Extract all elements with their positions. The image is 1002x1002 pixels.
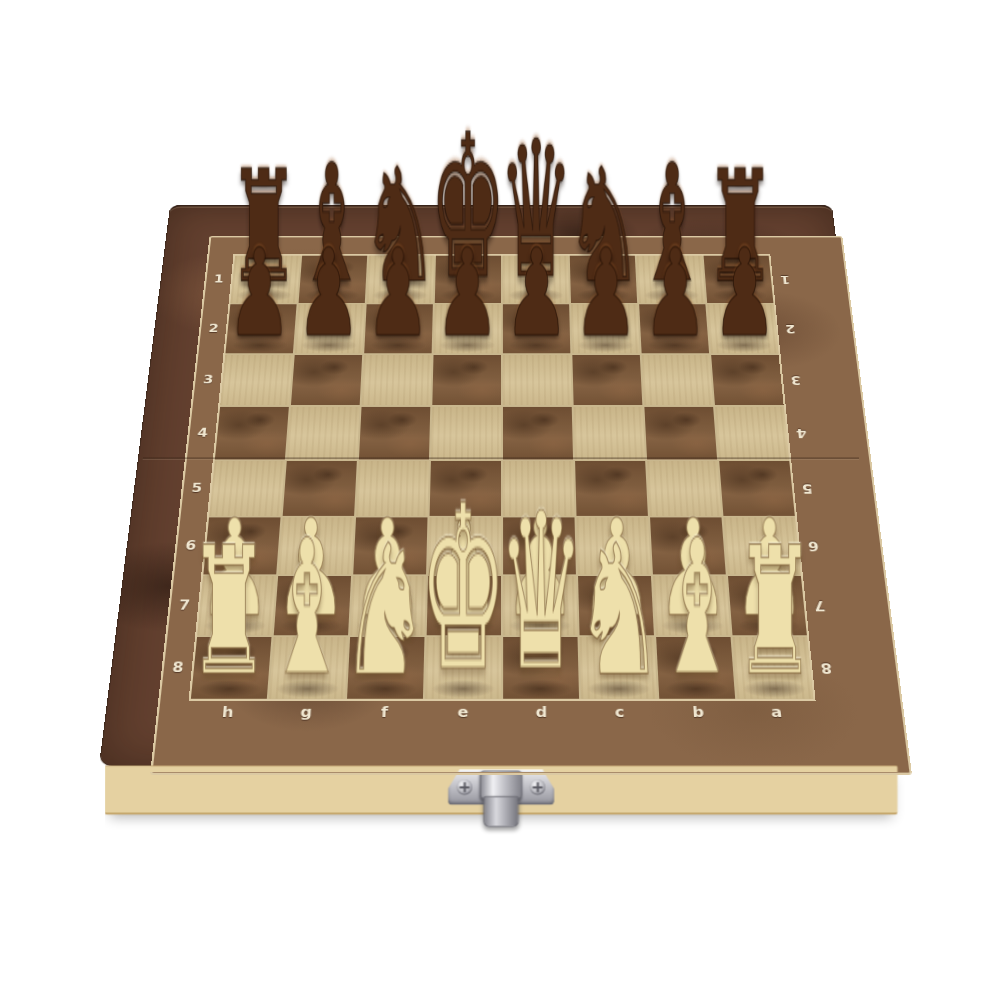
square-e4[interactable] (431, 407, 501, 460)
rank-label-right-3: 3 (790, 373, 802, 386)
rank-label-left-2: 2 (208, 322, 219, 335)
file-label-b: b (692, 704, 705, 720)
square-e2[interactable]: ♟ (434, 304, 501, 353)
file-label-e: e (457, 704, 468, 720)
piece-dark-pawn-e2[interactable]: ♟ (435, 237, 500, 352)
latch-tongue (483, 796, 518, 827)
square-b8[interactable]: ♝ (656, 637, 735, 699)
square-a4[interactable] (715, 407, 789, 460)
square-f2[interactable]: ♟ (364, 304, 433, 353)
product-photo: ♜♝♞♚♛♞♝♜♟♟♟♟♟♟♟♟♟♟♟♟♟♟♟♟♜♝♞♚♛♞♝♜ 1234567… (0, 0, 1002, 1002)
square-g8[interactable]: ♝ (269, 637, 348, 699)
piece-light-knight-c8[interactable]: ♞ (574, 526, 664, 697)
piece-light-bishop-g8[interactable]: ♝ (266, 521, 348, 698)
piece-dark-pawn-d2[interactable]: ♟ (504, 237, 569, 352)
square-f3[interactable] (362, 355, 432, 406)
square-c8[interactable]: ♞ (580, 637, 657, 699)
piece-dark-pawn-c2[interactable]: ♟ (573, 237, 638, 352)
piece-dark-pawn-g2[interactable]: ♟ (296, 237, 361, 352)
square-d3[interactable] (503, 355, 572, 406)
square-b3[interactable] (642, 355, 713, 406)
piece-light-rook-a8[interactable]: ♜ (734, 529, 816, 697)
square-d4[interactable] (503, 407, 573, 460)
piece-light-queen-d8[interactable]: ♛ (498, 491, 584, 697)
piece-light-king-e8[interactable]: ♚ (419, 482, 507, 697)
square-c2[interactable]: ♟ (571, 304, 640, 353)
rank-label-right-1: 1 (780, 273, 791, 285)
square-e8[interactable]: ♚ (425, 637, 501, 699)
rank-label-left-3: 3 (202, 373, 214, 386)
square-f8[interactable]: ♞ (347, 637, 424, 699)
square-a8[interactable]: ♜ (733, 637, 814, 699)
latch-screw-right (530, 779, 546, 795)
latch (448, 770, 554, 805)
file-label-f: f (381, 704, 389, 720)
file-label-g: g (300, 704, 313, 720)
piece-dark-pawn-b2[interactable]: ♟ (643, 237, 708, 352)
rank-label-right-2: 2 (785, 322, 796, 335)
file-label-a: a (770, 704, 782, 720)
square-d2[interactable]: ♟ (503, 304, 570, 353)
square-b2[interactable]: ♟ (639, 304, 709, 353)
square-c3[interactable] (572, 355, 642, 406)
square-a3[interactable] (711, 355, 784, 406)
square-h4[interactable] (215, 407, 289, 460)
squares-grid: ♜♝♞♚♛♞♝♜♟♟♟♟♟♟♟♟♟♟♟♟♟♟♟♟♜♝♞♚♛♞♝♜ (189, 254, 816, 700)
square-h8[interactable]: ♜ (191, 637, 272, 699)
file-label-d: d (535, 704, 547, 720)
piece-dark-pawn-a2[interactable]: ♟ (712, 237, 777, 352)
piece-light-rook-h8[interactable]: ♜ (188, 529, 270, 697)
square-g4[interactable] (287, 407, 360, 460)
file-label-c: c (615, 704, 625, 720)
rank-label-right-8: 8 (820, 660, 833, 676)
rank-label-right-4: 4 (795, 426, 807, 440)
square-c4[interactable] (574, 407, 645, 460)
scene: ♜♝♞♚♛♞♝♜♟♟♟♟♟♟♟♟♟♟♟♟♟♟♟♟♜♝♞♚♛♞♝♜ 1234567… (0, 0, 1002, 1002)
piece-light-bishop-b8[interactable]: ♝ (656, 521, 738, 698)
square-d8[interactable]: ♛ (503, 637, 579, 699)
square-b4[interactable] (644, 407, 717, 460)
square-e3[interactable] (432, 355, 501, 406)
chess-board: ♜♝♞♚♛♞♝♜♟♟♟♟♟♟♟♟♟♟♟♟♟♟♟♟♜♝♞♚♛♞♝♜ 1234567… (99, 205, 903, 766)
square-h2[interactable]: ♟ (225, 304, 296, 353)
piece-light-knight-f8[interactable]: ♞ (340, 526, 430, 697)
latch-barrel (480, 771, 522, 800)
square-f4[interactable] (359, 407, 430, 460)
file-label-h: h (221, 704, 234, 720)
coordinate-band: ♜♝♞♚♛♞♝♜♟♟♟♟♟♟♟♟♟♟♟♟♟♟♟♟♜♝♞♚♛♞♝♜ 1234567… (150, 236, 912, 774)
latch-screw-left (457, 779, 473, 795)
rank-label-left-8: 8 (171, 660, 184, 676)
piece-dark-pawn-f2[interactable]: ♟ (365, 237, 430, 352)
piece-dark-pawn-h2[interactable]: ♟ (227, 237, 292, 352)
square-g2[interactable]: ♟ (295, 304, 365, 353)
rank-label-left-1: 1 (213, 273, 224, 285)
square-g3[interactable] (291, 355, 362, 406)
square-h3[interactable] (220, 355, 293, 406)
square-a2[interactable]: ♟ (707, 304, 778, 353)
rank-label-left-4: 4 (197, 426, 209, 440)
